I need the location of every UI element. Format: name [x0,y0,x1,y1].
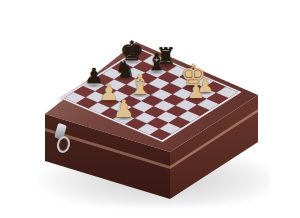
box-ground-shadow [38,148,270,206]
chessboard-frame [64,50,238,140]
chessboard-grid [64,50,238,140]
chess-box-product-photo: ♜♚♝♞♟♚♟♟♝♟♟ [0,0,300,218]
